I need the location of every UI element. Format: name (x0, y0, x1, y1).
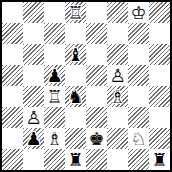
white-bishop-icon: ♗ (44, 128, 65, 149)
square-d5[interactable] (65, 65, 86, 86)
square-c5[interactable]: ♟ (44, 65, 65, 86)
black-bishop-icon: ♝ (65, 44, 86, 65)
square-a4[interactable] (2, 86, 23, 107)
square-h6[interactable] (149, 44, 170, 65)
square-e5[interactable] (86, 65, 107, 86)
square-c6[interactable] (44, 44, 65, 65)
square-a5[interactable] (2, 65, 23, 86)
square-b1[interactable] (23, 149, 44, 170)
square-g3[interactable] (128, 107, 149, 128)
square-d6[interactable]: ♝ (65, 44, 86, 65)
black-pawn-icon: ♟ (23, 128, 44, 149)
square-b7[interactable] (23, 23, 44, 44)
square-h1[interactable]: ♜ (149, 149, 170, 170)
square-f3[interactable] (107, 107, 128, 128)
square-d4[interactable]: ♞ (65, 86, 86, 107)
square-c8[interactable] (44, 2, 65, 23)
black-king-icon: ♚ (86, 128, 107, 149)
square-h4[interactable] (149, 86, 170, 107)
white-bishop-icon: ♗ (107, 86, 128, 107)
square-f8[interactable] (107, 2, 128, 23)
square-a1[interactable] (2, 149, 23, 170)
chess-diagram: ♖♔♝♟♙♖♞♗♙♟♗♚♘♜♜ (0, 0, 172, 172)
square-c3[interactable] (44, 107, 65, 128)
square-a2[interactable] (2, 128, 23, 149)
square-d3[interactable] (65, 107, 86, 128)
square-h2[interactable] (149, 128, 170, 149)
white-knight-icon: ♘ (128, 128, 149, 149)
square-d8[interactable]: ♖ (65, 2, 86, 23)
black-rook-icon: ♜ (149, 149, 170, 170)
square-a7[interactable] (2, 23, 23, 44)
white-pawn-icon: ♙ (23, 107, 44, 128)
square-b5[interactable] (23, 65, 44, 86)
square-e6[interactable] (86, 44, 107, 65)
square-b2[interactable]: ♟ (23, 128, 44, 149)
square-b8[interactable] (23, 2, 44, 23)
square-d1[interactable]: ♜ (65, 149, 86, 170)
black-pawn-icon: ♟ (44, 65, 65, 86)
square-h7[interactable] (149, 23, 170, 44)
square-c1[interactable] (44, 149, 65, 170)
square-g4[interactable] (128, 86, 149, 107)
square-e8[interactable] (86, 2, 107, 23)
square-f5[interactable]: ♙ (107, 65, 128, 86)
square-h5[interactable] (149, 65, 170, 86)
square-h3[interactable] (149, 107, 170, 128)
square-g8[interactable]: ♔ (128, 2, 149, 23)
square-c7[interactable] (44, 23, 65, 44)
square-e2[interactable]: ♚ (86, 128, 107, 149)
square-d7[interactable] (65, 23, 86, 44)
square-a6[interactable] (2, 44, 23, 65)
square-c2[interactable]: ♗ (44, 128, 65, 149)
square-g5[interactable] (128, 65, 149, 86)
square-g7[interactable] (128, 23, 149, 44)
white-rook-icon: ♖ (44, 86, 65, 107)
chess-board: ♖♔♝♟♙♖♞♗♙♟♗♚♘♜♜ (0, 0, 172, 172)
square-b4[interactable] (23, 86, 44, 107)
square-f1[interactable] (107, 149, 128, 170)
square-g1[interactable] (128, 149, 149, 170)
square-e3[interactable] (86, 107, 107, 128)
square-f6[interactable] (107, 44, 128, 65)
white-rook-icon: ♖ (65, 2, 86, 23)
square-f4[interactable]: ♗ (107, 86, 128, 107)
white-pawn-icon: ♙ (107, 65, 128, 86)
square-f7[interactable] (107, 23, 128, 44)
square-a3[interactable] (2, 107, 23, 128)
square-e7[interactable] (86, 23, 107, 44)
square-g6[interactable] (128, 44, 149, 65)
black-knight-icon: ♞ (65, 86, 86, 107)
white-king-icon: ♔ (128, 2, 149, 23)
square-e4[interactable] (86, 86, 107, 107)
square-f2[interactable] (107, 128, 128, 149)
square-g2[interactable]: ♘ (128, 128, 149, 149)
square-e1[interactable] (86, 149, 107, 170)
square-c4[interactable]: ♖ (44, 86, 65, 107)
square-h8[interactable] (149, 2, 170, 23)
square-d2[interactable] (65, 128, 86, 149)
square-b3[interactable]: ♙ (23, 107, 44, 128)
black-rook-icon: ♜ (65, 149, 86, 170)
square-a8[interactable] (2, 2, 23, 23)
square-b6[interactable] (23, 44, 44, 65)
